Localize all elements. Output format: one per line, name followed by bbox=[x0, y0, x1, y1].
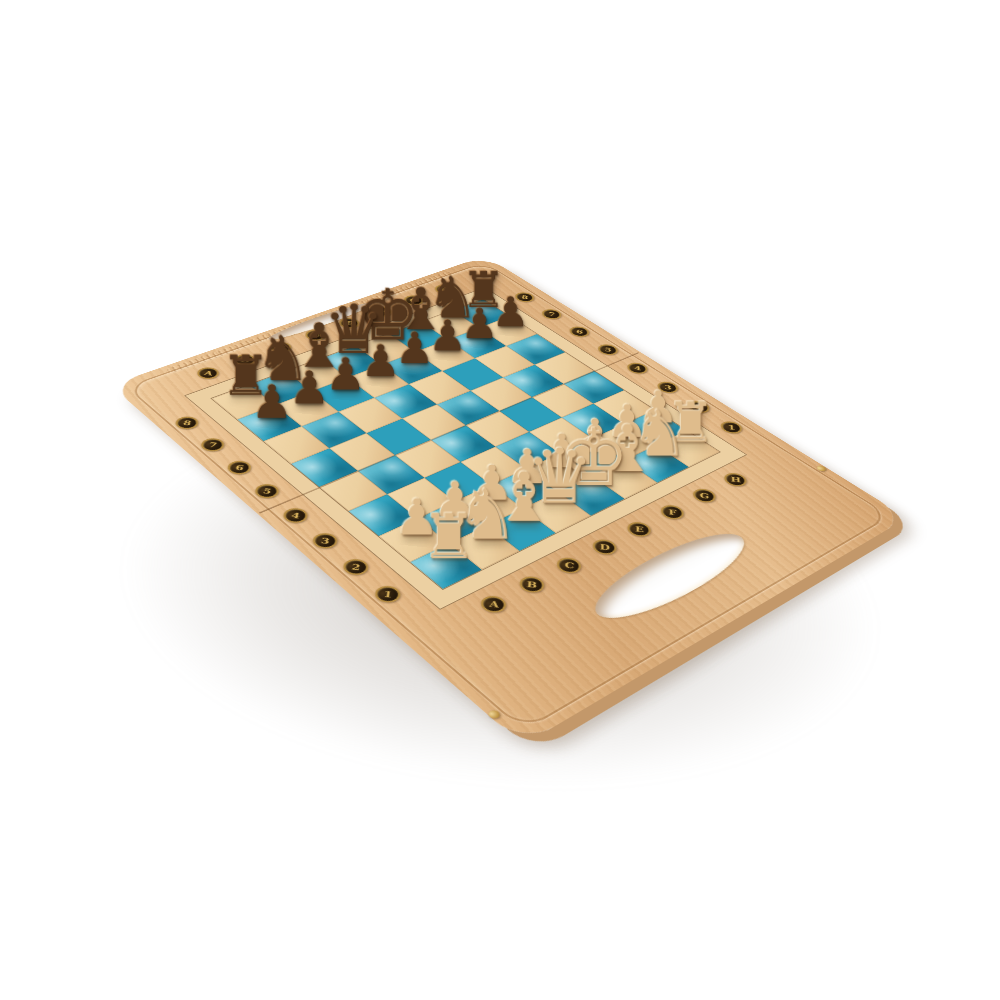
perspective-scene: ♜♞♝♛♚♝♞♜♟♟♟♟♟♟♟♟♟♟♟♟♟♟♟♟♜♞♝♛♚♝♞♜ AA88BB7… bbox=[0, 0, 1000, 1000]
square-a1[interactable]: ♜ bbox=[410, 544, 482, 589]
file-medallion-far-g-label: G bbox=[409, 298, 418, 304]
file-medallion-far-f-label: F bbox=[378, 309, 386, 315]
file-medallion-far-h-label: H bbox=[440, 287, 450, 293]
rank-medallion-right-3-label: 3 bbox=[664, 384, 671, 390]
file-medallion-far-c-label: C bbox=[276, 344, 286, 350]
rank-medallion-right-1-label: 1 bbox=[727, 424, 735, 431]
piece-white-rook-a1[interactable]: ♜ bbox=[388, 506, 510, 568]
rank-medallion-right-2-label: 2 bbox=[695, 404, 703, 410]
rank-medallion-right-4-label: 4 bbox=[634, 365, 641, 371]
wooden-chess-case: ♜♞♝♛♚♝♞♜♟♟♟♟♟♟♟♟♟♟♟♟♟♟♟♟♜♞♝♛♚♝♞♜ AA88BB7… bbox=[110, 256, 907, 746]
piece-black-pawn-a7[interactable]: ♟ bbox=[217, 379, 327, 425]
file-medallion-far-d-label: D bbox=[310, 332, 320, 338]
file-medallion-far-b-label: B bbox=[240, 357, 251, 363]
file-medallion-far-e-label: E bbox=[345, 320, 354, 326]
file-medallion-far-a-label: A bbox=[203, 370, 213, 376]
rank-medallion-right-7-label: 7 bbox=[548, 311, 555, 317]
rank-medallion-right-6-label: 6 bbox=[576, 329, 583, 335]
rank-medallion-right-8-label: 8 bbox=[521, 295, 528, 300]
rank-medallion-right-5-label: 5 bbox=[604, 347, 611, 353]
product-photo-stage: ♜♞♝♛♚♝♞♜♟♟♟♟♟♟♟♟♟♟♟♟♟♟♟♟♜♞♝♛♚♝♞♜ AA88BB7… bbox=[0, 0, 1000, 1000]
